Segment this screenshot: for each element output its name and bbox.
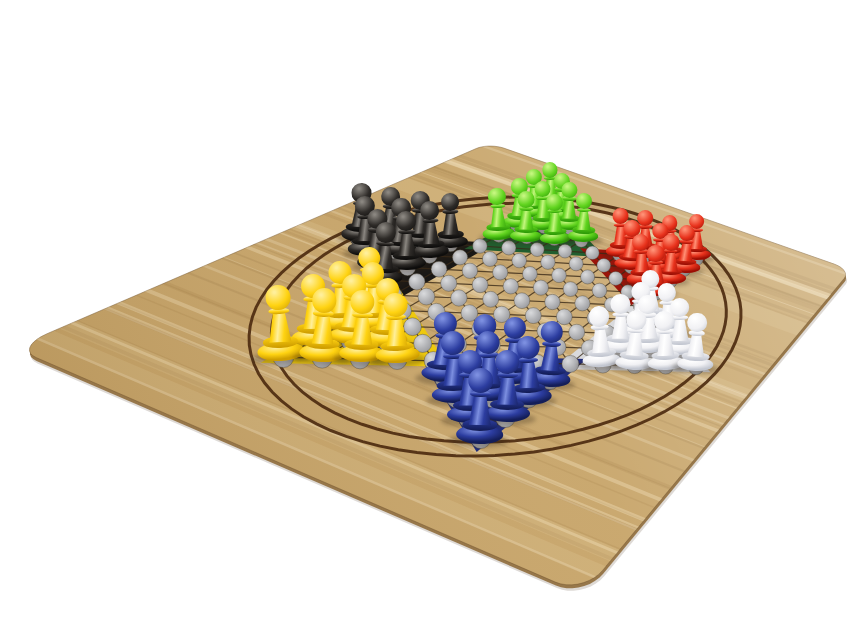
- board-hole[interactable]: [452, 250, 467, 265]
- board-hole[interactable]: [451, 290, 467, 306]
- pawn-yellow[interactable]: [373, 293, 419, 365]
- board-hole[interactable]: [541, 255, 555, 269]
- pawn-head: [654, 311, 674, 331]
- pawn-head: [588, 305, 610, 327]
- chinese-checkers-photo-scene: [0, 0, 867, 635]
- board-hole[interactable]: [409, 274, 425, 290]
- board-hole[interactable]: [503, 279, 518, 294]
- pawn-green[interactable]: [538, 193, 570, 244]
- pawn-head: [311, 287, 337, 313]
- board-hole[interactable]: [545, 294, 560, 309]
- board-hole[interactable]: [586, 246, 600, 260]
- pawn-head: [687, 312, 707, 332]
- board-hole[interactable]: [482, 252, 497, 267]
- board-hole[interactable]: [523, 267, 538, 282]
- pawn-head: [375, 222, 397, 244]
- pawn-head: [546, 193, 563, 210]
- board-hole[interactable]: [533, 280, 548, 295]
- board-hole[interactable]: [552, 268, 567, 283]
- board-hole[interactable]: [597, 259, 611, 273]
- pawn-green[interactable]: [510, 190, 542, 241]
- pawn-head: [265, 284, 292, 311]
- board-hole[interactable]: [462, 263, 477, 278]
- board-hole[interactable]: [569, 257, 583, 271]
- board-hole[interactable]: [514, 293, 530, 309]
- pawn-head: [351, 290, 376, 315]
- board-hole[interactable]: [581, 270, 595, 284]
- board-hole[interactable]: [418, 288, 435, 305]
- pawn-head: [518, 190, 535, 207]
- board-hole[interactable]: [493, 265, 508, 280]
- board-hole[interactable]: [563, 282, 578, 297]
- board-hole[interactable]: [441, 275, 457, 291]
- pawn-white[interactable]: [677, 312, 715, 371]
- board-hole[interactable]: [609, 271, 623, 285]
- board-hole[interactable]: [431, 261, 447, 277]
- board-hole[interactable]: [512, 253, 527, 268]
- pawn-blue[interactable]: [456, 368, 504, 444]
- pawn-yellow[interactable]: [254, 284, 305, 362]
- pawn-green[interactable]: [568, 193, 600, 243]
- pawn-head: [646, 245, 664, 263]
- pawn-head: [626, 309, 647, 330]
- board-hole[interactable]: [483, 291, 499, 307]
- pawn-head: [383, 293, 407, 317]
- pawn-head: [488, 187, 506, 205]
- pawn-head: [468, 368, 494, 394]
- board-hole[interactable]: [472, 277, 488, 293]
- board-hole[interactable]: [558, 244, 572, 258]
